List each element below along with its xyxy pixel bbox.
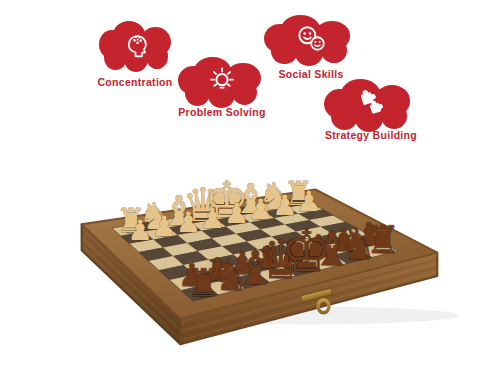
chess-board-photo: ♜♞♝♛♚♝♞♜♟♟♟♟♟♟♟♟♟♟♟♟♟♟♟♟♜♞♝♛♚♝♞♜ [0, 0, 500, 375]
svg-text:♟: ♟ [272, 189, 297, 222]
svg-text:♟: ♟ [224, 197, 249, 230]
svg-text:♟: ♟ [248, 193, 273, 226]
svg-text:♜: ♜ [366, 218, 400, 262]
svg-text:♟: ♟ [296, 185, 321, 218]
svg-text:♟: ♟ [152, 210, 177, 243]
svg-text:♟: ♟ [200, 202, 225, 235]
product-image: Concentration Problem Solving [0, 0, 500, 375]
svg-text:♟: ♟ [176, 206, 201, 239]
svg-text:♟: ♟ [127, 214, 152, 247]
